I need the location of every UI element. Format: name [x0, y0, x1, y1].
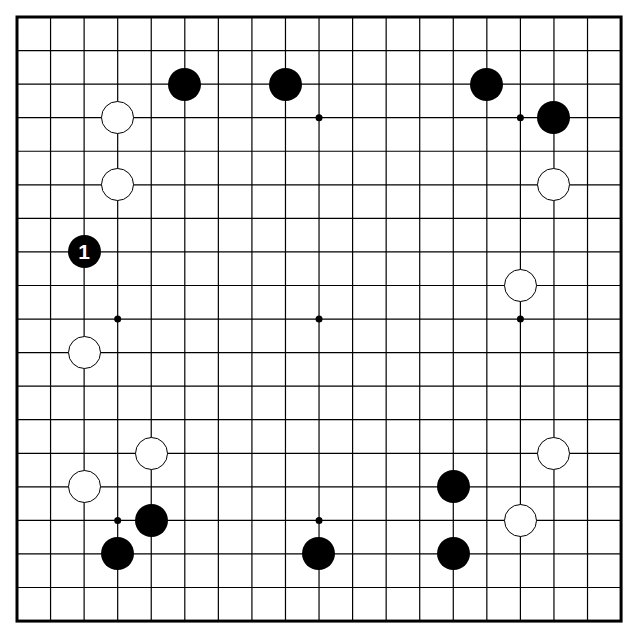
stone-white-D14 [101, 168, 134, 201]
stone-white-R14 [537, 168, 570, 201]
stone-white-C9 [68, 336, 101, 369]
stone-white-D16 [101, 101, 134, 134]
stone-black-O5 [437, 470, 470, 503]
stone-black-J17 [269, 68, 302, 101]
stone-black-E4 [135, 504, 168, 537]
stone-black-O3 [437, 537, 470, 570]
move-number-label: 1 [78, 241, 90, 262]
stones-layer: 1 [0, 0, 637, 637]
stone-white-R6 [537, 437, 570, 470]
stone-white-Q11 [504, 269, 537, 302]
stone-white-C5 [68, 470, 101, 503]
stone-white-Q4 [504, 504, 537, 537]
stone-black-R16 [537, 101, 570, 134]
stone-white-E6 [135, 437, 168, 470]
go-board-diagram: 1 [0, 0, 640, 640]
stone-black-K3 [302, 537, 335, 570]
stone-black-F17 [168, 68, 201, 101]
stone-black-P17 [470, 68, 503, 101]
stone-black-C12-move-1: 1 [68, 235, 101, 268]
stone-black-D3 [101, 537, 134, 570]
